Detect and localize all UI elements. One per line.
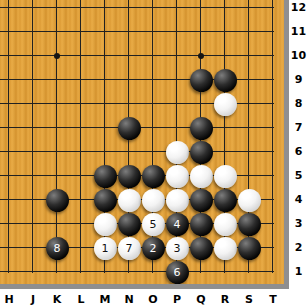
intersection-T1[interactable] xyxy=(261,260,285,284)
grid-hline xyxy=(0,55,21,56)
grid-hline xyxy=(21,31,45,32)
grid-hline xyxy=(0,271,21,272)
grid-vline xyxy=(32,44,33,68)
grid-hline xyxy=(21,79,45,80)
grid-hline xyxy=(45,31,69,32)
intersection-Q1[interactable] xyxy=(189,260,213,284)
grid-vline xyxy=(248,164,249,188)
intersection-Q9[interactable] xyxy=(189,68,213,92)
grid-hline xyxy=(69,7,93,8)
grid-hline xyxy=(0,127,21,128)
white-stone-M2: 1 xyxy=(94,237,117,260)
intersection-Q5[interactable] xyxy=(189,164,213,188)
intersection-L1[interactable] xyxy=(69,260,93,284)
grid-hline xyxy=(237,127,261,128)
grid-vline xyxy=(56,260,57,273)
intersection-K11[interactable] xyxy=(45,20,69,44)
white-stone-M3 xyxy=(94,213,117,236)
grid-vline xyxy=(32,68,33,92)
intersection-N12[interactable] xyxy=(117,0,141,20)
intersection-T4[interactable] xyxy=(261,188,285,212)
intersection-L5[interactable] xyxy=(69,164,93,188)
intersection-M5[interactable] xyxy=(93,164,117,188)
intersection-L2[interactable] xyxy=(69,236,93,260)
black-stone-P3: 4 xyxy=(166,213,189,236)
column-label-H: H xyxy=(0,293,21,306)
grid-hline xyxy=(0,223,21,224)
grid-hline xyxy=(45,127,69,128)
intersection-S8[interactable] xyxy=(237,92,261,116)
grid-vline xyxy=(56,92,57,116)
white-stone-Q5 xyxy=(190,165,213,188)
intersection-Q10[interactable] xyxy=(189,44,213,68)
black-stone-R9 xyxy=(214,69,237,92)
grid-vline xyxy=(176,116,177,140)
intersection-Q3[interactable] xyxy=(189,212,213,236)
grid-hline xyxy=(117,55,141,56)
intersection-H1[interactable] xyxy=(0,260,21,284)
black-stone-Q9 xyxy=(190,69,213,92)
grid-vline xyxy=(128,20,129,44)
intersection-P4[interactable] xyxy=(165,188,189,212)
grid-hline xyxy=(213,31,237,32)
white-stone-N4 xyxy=(118,189,141,212)
grid-hline xyxy=(21,7,45,8)
grid-hline xyxy=(69,127,93,128)
grid-hline xyxy=(0,247,21,248)
intersection-J1[interactable] xyxy=(21,260,45,284)
star-point-Q10 xyxy=(198,53,204,59)
black-stone-N7 xyxy=(118,117,141,140)
grid-vline xyxy=(80,20,81,44)
intersection-O5[interactable] xyxy=(141,164,165,188)
black-stone-P1: 6 xyxy=(166,261,189,284)
intersection-T3[interactable] xyxy=(261,212,285,236)
intersection-T7[interactable] xyxy=(261,116,285,140)
column-label-M: M xyxy=(93,293,117,306)
grid-vline xyxy=(272,236,273,260)
grid-hline xyxy=(117,271,141,272)
intersection-K8[interactable] xyxy=(45,92,69,116)
grid-vline xyxy=(272,116,273,140)
intersection-Q12[interactable] xyxy=(189,0,213,20)
intersection-O10[interactable] xyxy=(141,44,165,68)
intersection-P6[interactable] xyxy=(165,140,189,164)
grid-vline xyxy=(176,68,177,92)
row-label-6: 6 xyxy=(289,145,308,158)
grid-vline xyxy=(176,20,177,44)
intersection-O9[interactable] xyxy=(141,68,165,92)
grid-vline xyxy=(272,188,273,212)
intersection-S10[interactable] xyxy=(237,44,261,68)
intersection-K4[interactable] xyxy=(45,188,69,212)
grid-vline xyxy=(104,20,105,44)
grid-hline xyxy=(0,31,21,32)
grid-hline xyxy=(69,31,93,32)
intersection-K9[interactable] xyxy=(45,68,69,92)
intersection-J3[interactable] xyxy=(21,212,45,236)
grid-vline xyxy=(56,140,57,164)
grid-vline xyxy=(104,44,105,68)
grid-hline xyxy=(69,103,93,104)
grid-vline xyxy=(200,20,201,44)
intersection-L9[interactable] xyxy=(69,68,93,92)
grid-hline xyxy=(213,127,237,128)
intersection-R7[interactable] xyxy=(213,116,237,140)
intersection-L8[interactable] xyxy=(69,92,93,116)
intersection-R3[interactable] xyxy=(213,212,237,236)
intersection-H10[interactable] xyxy=(0,44,21,68)
intersection-S11[interactable] xyxy=(237,20,261,44)
white-stone-R3 xyxy=(214,213,237,236)
intersection-M1[interactable] xyxy=(93,260,117,284)
intersection-R1[interactable] xyxy=(213,260,237,284)
intersection-R5[interactable] xyxy=(213,164,237,188)
intersection-H5[interactable] xyxy=(0,164,21,188)
intersection-M11[interactable] xyxy=(93,20,117,44)
grid-vline xyxy=(8,140,9,164)
intersection-M6[interactable] xyxy=(93,140,117,164)
grid-hline xyxy=(237,151,261,152)
intersection-H2[interactable] xyxy=(0,236,21,260)
grid-vline xyxy=(272,44,273,68)
intersection-T5[interactable] xyxy=(261,164,285,188)
intersection-L10[interactable] xyxy=(69,44,93,68)
grid-vline xyxy=(32,92,33,116)
intersection-T10[interactable] xyxy=(261,44,285,68)
grid-hline xyxy=(165,103,189,104)
grid-hline xyxy=(93,151,117,152)
intersection-P8[interactable] xyxy=(165,92,189,116)
grid-hline xyxy=(165,127,189,128)
row-label-12: 12 xyxy=(289,1,308,14)
intersection-L4[interactable] xyxy=(69,188,93,212)
grid-vline xyxy=(248,140,249,164)
intersection-R11[interactable] xyxy=(213,20,237,44)
intersection-P7[interactable] xyxy=(165,116,189,140)
intersection-R8[interactable] xyxy=(213,92,237,116)
intersection-J11[interactable] xyxy=(21,20,45,44)
column-label-J: J xyxy=(21,293,45,306)
intersection-M4[interactable] xyxy=(93,188,117,212)
intersection-T11[interactable] xyxy=(261,20,285,44)
intersection-J4[interactable] xyxy=(21,188,45,212)
intersection-J9[interactable] xyxy=(21,68,45,92)
intersection-P2[interactable]: 3 xyxy=(165,236,189,260)
grid-vline xyxy=(32,116,33,140)
intersection-O1[interactable] xyxy=(141,260,165,284)
intersection-L6[interactable] xyxy=(69,140,93,164)
intersection-O3[interactable]: 5 xyxy=(141,212,165,236)
black-stone-O5 xyxy=(142,165,165,188)
grid-hline xyxy=(69,271,93,272)
intersection-P3[interactable]: 4 xyxy=(165,212,189,236)
grid-hline xyxy=(165,79,189,80)
white-stone-R8 xyxy=(214,93,237,116)
intersection-K10[interactable] xyxy=(45,44,69,68)
intersection-Q2[interactable] xyxy=(189,236,213,260)
grid-hline xyxy=(69,175,93,176)
intersection-S6[interactable] xyxy=(237,140,261,164)
grid-vline xyxy=(8,68,9,92)
grid-hline xyxy=(0,151,21,152)
intersection-L7[interactable] xyxy=(69,116,93,140)
grid-vline xyxy=(32,236,33,260)
grid-vline xyxy=(56,0,57,20)
grid-vline xyxy=(128,260,129,273)
intersection-N7[interactable] xyxy=(117,116,141,140)
intersection-T12[interactable] xyxy=(261,0,285,20)
grid-hline xyxy=(69,151,93,152)
intersection-P10[interactable] xyxy=(165,44,189,68)
black-stone-M5 xyxy=(94,165,117,188)
grid-vline xyxy=(272,140,273,164)
grid-vline xyxy=(152,92,153,116)
intersection-K6[interactable] xyxy=(45,140,69,164)
intersection-J8[interactable] xyxy=(21,92,45,116)
grid-vline xyxy=(56,20,57,44)
intersection-H6[interactable] xyxy=(0,140,21,164)
grid-vline xyxy=(104,68,105,92)
intersection-P9[interactable] xyxy=(165,68,189,92)
intersection-S9[interactable] xyxy=(237,68,261,92)
intersection-K7[interactable] xyxy=(45,116,69,140)
intersection-P5[interactable] xyxy=(165,164,189,188)
intersection-R12[interactable] xyxy=(213,0,237,20)
intersection-N4[interactable] xyxy=(117,188,141,212)
grid-vline xyxy=(80,116,81,140)
grid-vline xyxy=(272,92,273,116)
grid-vline xyxy=(56,212,57,236)
grid-vline xyxy=(8,236,9,260)
intersection-M3[interactable] xyxy=(93,212,117,236)
grid-hline xyxy=(0,7,21,8)
grid-vline xyxy=(152,44,153,68)
intersection-S2[interactable] xyxy=(237,236,261,260)
grid-vline xyxy=(8,164,9,188)
intersection-R9[interactable] xyxy=(213,68,237,92)
intersection-S12[interactable] xyxy=(237,0,261,20)
intersection-N3[interactable] xyxy=(117,212,141,236)
intersection-R10[interactable] xyxy=(213,44,237,68)
intersection-N6[interactable] xyxy=(117,140,141,164)
intersection-Q7[interactable] xyxy=(189,116,213,140)
intersection-O2[interactable]: 2 xyxy=(141,236,165,260)
grid-vline xyxy=(152,116,153,140)
grid-vline xyxy=(8,20,9,44)
intersection-N9[interactable] xyxy=(117,68,141,92)
intersection-L3[interactable] xyxy=(69,212,93,236)
intersection-L11[interactable] xyxy=(69,20,93,44)
intersection-J7[interactable] xyxy=(21,116,45,140)
white-stone-O3: 5 xyxy=(142,213,165,236)
intersection-O8[interactable] xyxy=(141,92,165,116)
intersection-Q6[interactable] xyxy=(189,140,213,164)
white-stone-R2 xyxy=(214,237,237,260)
row-label-1: 1 xyxy=(289,265,308,278)
column-coordinate-labels: HJKLMNOPQRST xyxy=(0,289,308,308)
white-stone-P4 xyxy=(166,189,189,212)
grid-vline xyxy=(80,212,81,236)
grid-hline xyxy=(141,103,165,104)
intersection-K2[interactable]: 8 xyxy=(45,236,69,260)
grid-hline xyxy=(237,79,261,80)
intersection-O6[interactable] xyxy=(141,140,165,164)
intersection-H3[interactable] xyxy=(0,212,21,236)
grid-vline xyxy=(32,260,33,273)
grid-vline xyxy=(128,140,129,164)
row-label-2: 2 xyxy=(289,241,308,254)
black-stone-N3 xyxy=(118,213,141,236)
grid-vline xyxy=(128,68,129,92)
black-stone-K2: 8 xyxy=(46,237,69,260)
grid-vline xyxy=(200,260,201,273)
intersection-J12[interactable] xyxy=(21,0,45,20)
intersection-K3[interactable] xyxy=(45,212,69,236)
grid-hline xyxy=(45,175,69,176)
intersection-Q4[interactable] xyxy=(189,188,213,212)
intersection-S7[interactable] xyxy=(237,116,261,140)
grid-vline xyxy=(272,0,273,20)
intersection-N5[interactable] xyxy=(117,164,141,188)
intersection-T2[interactable] xyxy=(261,236,285,260)
intersection-Q11[interactable] xyxy=(189,20,213,44)
grid-vline xyxy=(128,0,129,20)
intersection-J5[interactable] xyxy=(21,164,45,188)
grid-vline xyxy=(272,68,273,92)
grid-hline xyxy=(165,7,189,8)
intersection-H11[interactable] xyxy=(0,20,21,44)
column-label-S: S xyxy=(237,293,261,306)
intersection-M2[interactable]: 1 xyxy=(93,236,117,260)
intersection-R6[interactable] xyxy=(213,140,237,164)
intersection-M7[interactable] xyxy=(93,116,117,140)
grid-vline xyxy=(248,68,249,92)
intersection-T8[interactable] xyxy=(261,92,285,116)
grid-vline xyxy=(80,140,81,164)
column-label-L: L xyxy=(69,293,93,306)
grid-hline xyxy=(237,271,261,272)
intersection-M12[interactable] xyxy=(93,0,117,20)
grid-hline xyxy=(93,103,117,104)
intersection-L12[interactable] xyxy=(69,0,93,20)
grid-vline xyxy=(272,260,273,273)
intersection-R4[interactable] xyxy=(213,188,237,212)
intersection-S4[interactable] xyxy=(237,188,261,212)
intersection-K12[interactable] xyxy=(45,0,69,20)
grid-hline xyxy=(0,175,21,176)
black-stone-R4 xyxy=(214,189,237,212)
grid-hline xyxy=(213,55,237,56)
grid-vline xyxy=(224,140,225,164)
grid-hline xyxy=(93,127,117,128)
intersection-S5[interactable] xyxy=(237,164,261,188)
intersection-R2[interactable] xyxy=(213,236,237,260)
intersection-K1[interactable] xyxy=(45,260,69,284)
intersection-H12[interactable] xyxy=(0,0,21,20)
star-point-K10 xyxy=(54,53,60,59)
grid-vline xyxy=(80,236,81,260)
black-stone-N5 xyxy=(118,165,141,188)
intersection-T9[interactable] xyxy=(261,68,285,92)
intersection-N11[interactable] xyxy=(117,20,141,44)
intersection-M10[interactable] xyxy=(93,44,117,68)
intersection-H4[interactable] xyxy=(0,188,21,212)
row-label-11: 11 xyxy=(289,25,308,38)
intersection-Q8[interactable] xyxy=(189,92,213,116)
grid-vline xyxy=(8,188,9,212)
intersection-O4[interactable] xyxy=(141,188,165,212)
row-label-7: 7 xyxy=(289,121,308,134)
row-label-5: 5 xyxy=(289,169,308,182)
intersection-S3[interactable] xyxy=(237,212,261,236)
grid-vline xyxy=(32,20,33,44)
grid-hline xyxy=(93,7,117,8)
intersection-N10[interactable] xyxy=(117,44,141,68)
row-label-10: 10 xyxy=(289,49,308,62)
grid-vline xyxy=(152,0,153,20)
grid-hline xyxy=(189,7,213,8)
intersection-M8[interactable] xyxy=(93,92,117,116)
grid-vline xyxy=(176,44,177,68)
grid-hline xyxy=(141,151,165,152)
black-stone-S3 xyxy=(238,213,261,236)
grid-vline xyxy=(224,0,225,20)
grid-vline xyxy=(224,44,225,68)
intersection-J10[interactable] xyxy=(21,44,45,68)
grid-hline xyxy=(93,79,117,80)
grid-vline xyxy=(80,260,81,273)
grid-hline xyxy=(45,271,69,272)
grid-hline xyxy=(189,103,213,104)
intersection-H7[interactable] xyxy=(0,116,21,140)
intersection-J2[interactable] xyxy=(21,236,45,260)
grid-vline xyxy=(104,260,105,273)
intersection-H8[interactable] xyxy=(0,92,21,116)
intersection-P11[interactable] xyxy=(165,20,189,44)
intersection-J6[interactable] xyxy=(21,140,45,164)
intersection-N2[interactable]: 7 xyxy=(117,236,141,260)
grid-hline xyxy=(237,31,261,32)
grid-hline xyxy=(117,151,141,152)
intersection-O12[interactable] xyxy=(141,0,165,20)
intersection-P12[interactable] xyxy=(165,0,189,20)
intersection-N1[interactable] xyxy=(117,260,141,284)
intersection-O11[interactable] xyxy=(141,20,165,44)
grid-vline xyxy=(200,92,201,116)
grid-hline xyxy=(69,199,93,200)
grid-vline xyxy=(80,68,81,92)
grid-vline xyxy=(128,92,129,116)
intersection-S1[interactable] xyxy=(237,260,261,284)
intersection-K5[interactable] xyxy=(45,164,69,188)
grid-hline xyxy=(213,271,237,272)
grid-vline xyxy=(8,260,9,273)
grid-vline xyxy=(248,0,249,20)
intersection-T6[interactable] xyxy=(261,140,285,164)
white-stone-P5 xyxy=(166,165,189,188)
black-stone-O2: 2 xyxy=(142,237,165,260)
intersection-P1[interactable]: 6 xyxy=(165,260,189,284)
grid-vline xyxy=(248,92,249,116)
column-label-Q: Q xyxy=(189,293,213,306)
intersection-O7[interactable] xyxy=(141,116,165,140)
intersection-N8[interactable] xyxy=(117,92,141,116)
grid-vline xyxy=(176,92,177,116)
intersection-M9[interactable] xyxy=(93,68,117,92)
intersection-H9[interactable] xyxy=(0,68,21,92)
board-grid: 54817236 xyxy=(0,0,285,284)
